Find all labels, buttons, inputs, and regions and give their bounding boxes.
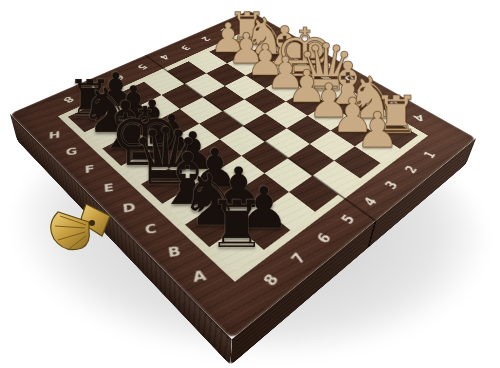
- chess-set-photo: HHGGFFEEDDCCBBAA1122334455667788 ♜♞♝♛♚♝♞…: [0, 0, 500, 368]
- brass-clasp: [44, 196, 122, 260]
- rank-label-near-1: 1: [422, 149, 438, 160]
- rank-label-near-2: 2: [403, 163, 420, 174]
- rank-label-far-5: 5: [136, 63, 150, 71]
- file-label-near-C: C: [144, 222, 157, 236]
- rank-label-near-7: 7: [289, 250, 309, 265]
- square-a5[interactable]: [289, 176, 338, 212]
- file-label-near-A: A: [191, 268, 207, 284]
- file-label-near-H: H: [48, 130, 60, 140]
- file-label-near-G: G: [65, 146, 77, 157]
- rank-label-far-3: 3: [179, 44, 192, 51]
- file-label-near-F: F: [84, 163, 95, 174]
- rank-label-far-4: 4: [158, 53, 172, 60]
- rank-label-near-4: 4: [362, 195, 380, 208]
- rank-label-near-5: 5: [339, 212, 358, 226]
- square-b4[interactable]: [288, 144, 334, 176]
- rank-label-near-6: 6: [315, 230, 334, 244]
- rank-label-near-3: 3: [383, 179, 400, 191]
- rank-label-near-8: 8: [261, 271, 282, 288]
- file-label-near-B: B: [166, 244, 181, 259]
- square-a4[interactable]: [312, 161, 360, 195]
- piece-black-rook[interactable]: ♜: [207, 193, 265, 258]
- file-label-near-D: D: [122, 201, 136, 214]
- piece-white-pawn[interactable]: ♟: [355, 105, 399, 154]
- square-c4[interactable]: [265, 128, 310, 158]
